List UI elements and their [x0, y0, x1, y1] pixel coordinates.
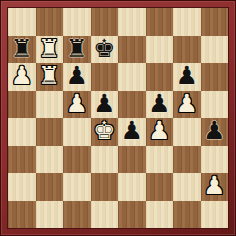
white-pawn[interactable]: ♟	[11, 63, 33, 88]
square-f1[interactable]	[146, 201, 174, 229]
black-king[interactable]: ♚	[93, 36, 115, 61]
square-h2[interactable]: ♟	[201, 173, 229, 201]
square-g2[interactable]	[173, 173, 201, 201]
black-rook[interactable]: ♜	[11, 36, 33, 61]
square-d3[interactable]	[91, 146, 119, 174]
square-f8[interactable]	[146, 8, 174, 36]
square-d4[interactable]: ♚	[91, 118, 119, 146]
square-d6[interactable]	[91, 63, 119, 91]
square-e3[interactable]	[118, 146, 146, 174]
square-f3[interactable]	[146, 146, 174, 174]
square-g8[interactable]	[173, 8, 201, 36]
square-f7[interactable]	[146, 36, 174, 64]
square-c1[interactable]	[63, 201, 91, 229]
square-b2[interactable]	[36, 173, 64, 201]
square-c7[interactable]: ♜	[63, 36, 91, 64]
square-e1[interactable]	[118, 201, 146, 229]
square-a3[interactable]	[8, 146, 36, 174]
square-g5[interactable]: ♟	[173, 91, 201, 119]
square-c5[interactable]: ♟	[63, 91, 91, 119]
black-rook[interactable]: ♜	[66, 36, 88, 61]
square-g6[interactable]: ♟	[173, 63, 201, 91]
square-h6[interactable]	[201, 63, 229, 91]
square-h5[interactable]	[201, 91, 229, 119]
square-h8[interactable]	[201, 8, 229, 36]
square-b7[interactable]: ♜	[36, 36, 64, 64]
square-e8[interactable]	[118, 8, 146, 36]
square-a5[interactable]	[8, 91, 36, 119]
black-pawn[interactable]: ♟	[93, 91, 115, 116]
square-d8[interactable]	[91, 8, 119, 36]
white-pawn[interactable]: ♟	[176, 91, 198, 116]
square-b6[interactable]: ♜	[36, 63, 64, 91]
square-e4[interactable]: ♟	[118, 118, 146, 146]
square-a4[interactable]	[8, 118, 36, 146]
square-a6[interactable]: ♟	[8, 63, 36, 91]
white-pawn[interactable]: ♟	[66, 91, 88, 116]
black-pawn[interactable]: ♟	[176, 63, 198, 88]
square-f4[interactable]: ♟	[146, 118, 174, 146]
board-frame: ♜♜♜♚♟♜♟♟♟♟♟♟♚♟♟♟♟	[0, 0, 236, 236]
square-b5[interactable]	[36, 91, 64, 119]
chess-board: ♜♜♜♚♟♜♟♟♟♟♟♟♚♟♟♟♟	[8, 8, 228, 228]
square-b4[interactable]	[36, 118, 64, 146]
white-rook[interactable]: ♜	[38, 63, 60, 88]
square-d1[interactable]	[91, 201, 119, 229]
white-king[interactable]: ♚	[93, 118, 115, 143]
square-c2[interactable]	[63, 173, 91, 201]
square-a1[interactable]	[8, 201, 36, 229]
square-g4[interactable]	[173, 118, 201, 146]
square-c8[interactable]	[63, 8, 91, 36]
square-b1[interactable]	[36, 201, 64, 229]
black-pawn[interactable]: ♟	[203, 118, 225, 143]
square-e2[interactable]	[118, 173, 146, 201]
square-h3[interactable]	[201, 146, 229, 174]
black-pawn[interactable]: ♟	[121, 118, 143, 143]
square-d5[interactable]: ♟	[91, 91, 119, 119]
square-h1[interactable]	[201, 201, 229, 229]
square-a8[interactable]	[8, 8, 36, 36]
square-b3[interactable]	[36, 146, 64, 174]
square-g7[interactable]	[173, 36, 201, 64]
square-c6[interactable]: ♟	[63, 63, 91, 91]
square-e6[interactable]	[118, 63, 146, 91]
square-e7[interactable]	[118, 36, 146, 64]
square-f2[interactable]	[146, 173, 174, 201]
square-d7[interactable]: ♚	[91, 36, 119, 64]
black-pawn[interactable]: ♟	[66, 63, 88, 88]
square-g3[interactable]	[173, 146, 201, 174]
square-h7[interactable]	[201, 36, 229, 64]
square-b8[interactable]	[36, 8, 64, 36]
square-c4[interactable]	[63, 118, 91, 146]
white-rook[interactable]: ♜	[38, 36, 60, 61]
square-e5[interactable]	[118, 91, 146, 119]
square-h4[interactable]: ♟	[201, 118, 229, 146]
square-f6[interactable]	[146, 63, 174, 91]
square-g1[interactable]	[173, 201, 201, 229]
black-pawn[interactable]: ♟	[148, 91, 170, 116]
square-c3[interactable]	[63, 146, 91, 174]
white-pawn[interactable]: ♟	[203, 173, 225, 198]
square-a2[interactable]	[8, 173, 36, 201]
square-a7[interactable]: ♜	[8, 36, 36, 64]
white-pawn[interactable]: ♟	[148, 118, 170, 143]
square-d2[interactable]	[91, 173, 119, 201]
square-f5[interactable]: ♟	[146, 91, 174, 119]
